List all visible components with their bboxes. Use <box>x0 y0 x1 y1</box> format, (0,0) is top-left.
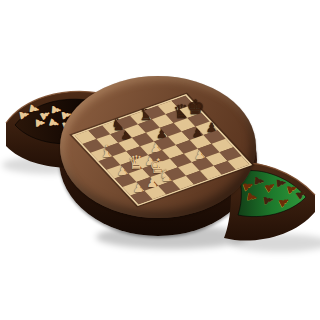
stored-white-piece[interactable]: ♟ <box>34 117 46 128</box>
black-king-h7[interactable]: ♚ <box>175 97 215 117</box>
stored-black-piece[interactable]: ♟ <box>261 194 275 207</box>
round-magnetic-chess-set-photo: ♟♟♟♟♟♟♟♟♟♟♟♟♟♟♟♟♟ ♞♜♟♛♚♝♟♟♟♟♟♛♟♚♟♟♟♞ <box>0 0 320 320</box>
stored-black-piece[interactable]: ♟ <box>276 194 292 209</box>
stored-black-piece[interactable]: ♟ <box>245 191 259 204</box>
